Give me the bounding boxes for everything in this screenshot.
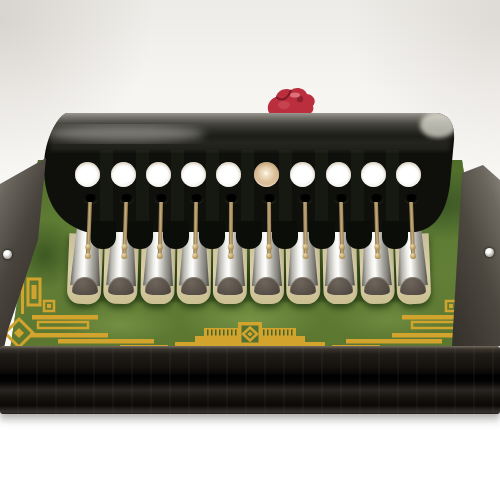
screw [485, 248, 494, 257]
screws-layer [0, 0, 500, 500]
screw [3, 250, 12, 259]
photo-accordion-scene [0, 0, 500, 500]
